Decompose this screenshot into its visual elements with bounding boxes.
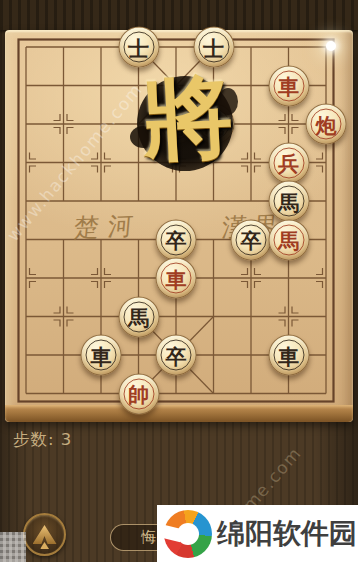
- piece-glyph: 卒: [241, 229, 262, 251]
- piece-black-soldier[interactable]: 卒: [156, 219, 197, 260]
- watermark-bar: 绵阳软件园: [157, 505, 358, 562]
- site-name: 绵阳软件园: [217, 515, 357, 553]
- piece-black-chariot[interactable]: 車: [268, 335, 309, 376]
- piece-red-horse[interactable]: 馬: [268, 219, 309, 260]
- piece-glyph: 卒: [166, 229, 187, 251]
- piece-glyph: 馬: [278, 190, 299, 212]
- last-move-highlight: [326, 41, 336, 51]
- piece-red-soldier[interactable]: 兵: [268, 142, 309, 183]
- piece-glyph: 車: [278, 75, 299, 97]
- piece-glyph: 車: [278, 344, 299, 366]
- piece-glyph: 馬: [278, 229, 299, 251]
- piece-black-horse[interactable]: 馬: [118, 296, 159, 337]
- piece-black-horse[interactable]: 馬: [268, 181, 309, 222]
- piece-black-soldier[interactable]: 卒: [231, 219, 272, 260]
- piece-red-chariot[interactable]: 車: [268, 65, 309, 106]
- piece-black-soldier[interactable]: 卒: [156, 335, 197, 376]
- check-animation: 將: [137, 76, 233, 171]
- piece-glyph: 兵: [278, 152, 299, 174]
- piece-glyph: 士: [128, 36, 149, 58]
- piece-glyph: 士: [203, 36, 224, 58]
- piece-red-chariot[interactable]: 車: [156, 258, 197, 299]
- piece-glyph: 卒: [166, 344, 187, 366]
- piece-red-general[interactable]: 帥: [118, 373, 159, 414]
- piece-glyph: 車: [91, 344, 112, 366]
- piece-glyph: 馬: [128, 306, 149, 328]
- piece-glyph: 帥: [128, 383, 149, 405]
- piece-glyph: 車: [166, 267, 187, 289]
- piece-black-chariot[interactable]: 車: [81, 335, 122, 376]
- check-glyph: 將: [140, 55, 236, 182]
- piece-red-cannon[interactable]: 炮: [306, 104, 347, 145]
- piece-glyph: 炮: [316, 113, 337, 135]
- game-screen: 楚河 漢界 士士車將砲炮兵馬卒卒馬車馬車卒車帥 將 www.hackhome.c…: [0, 0, 358, 562]
- site-logo-icon: [164, 510, 212, 558]
